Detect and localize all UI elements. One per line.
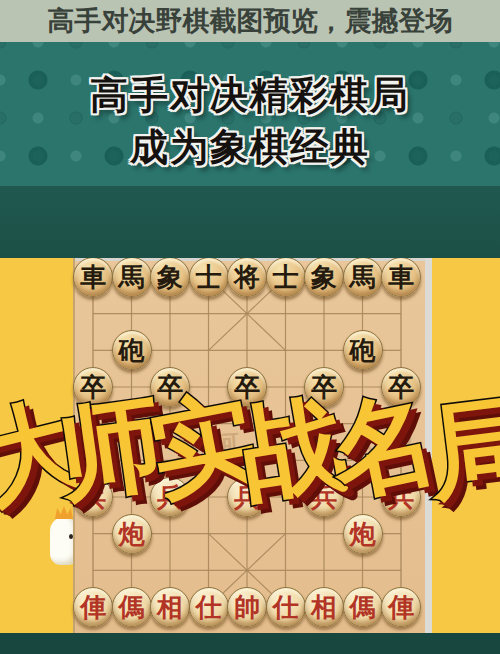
piece-black-chariot[interactable]: 車: [73, 257, 113, 297]
piece-black-horse[interactable]: 馬: [343, 257, 383, 297]
river-label-left: 楚河: [174, 425, 254, 463]
page-title: 高手对决野棋截图预览，震撼登场: [48, 3, 453, 39]
piece-red-elephant[interactable]: 相: [304, 587, 344, 627]
title-bar: 高手对决野棋截图预览，震撼登场: [0, 0, 500, 42]
piece-red-advisor[interactable]: 仕: [189, 587, 229, 627]
piece-red-horse[interactable]: 傌: [343, 587, 383, 627]
piece-black-soldier[interactable]: 卒: [227, 367, 267, 407]
piece-red-cannon[interactable]: 炮: [343, 514, 383, 554]
piece-black-chariot[interactable]: 車: [381, 257, 421, 297]
piece-black-horse[interactable]: 馬: [112, 257, 152, 297]
piece-red-elephant[interactable]: 相: [150, 587, 190, 627]
piece-red-soldier[interactable]: 兵: [150, 477, 190, 517]
piece-black-soldier[interactable]: 卒: [381, 367, 421, 407]
piece-black-general[interactable]: 将: [227, 257, 267, 297]
piece-red-horse[interactable]: 傌: [112, 587, 152, 627]
piece-red-soldier[interactable]: 兵: [381, 477, 421, 517]
piece-black-cannon[interactable]: 砲: [112, 330, 152, 370]
banner-line-1: 高手对决精彩棋局: [90, 71, 410, 119]
bottom-green-strip: [0, 633, 500, 654]
piece-black-advisor[interactable]: 士: [189, 257, 229, 297]
piece-red-soldier[interactable]: 兵: [304, 477, 344, 517]
piece-black-elephant[interactable]: 象: [304, 257, 344, 297]
piece-red-cannon[interactable]: 炮: [112, 514, 152, 554]
piece-red-chariot[interactable]: 俥: [381, 587, 421, 627]
chick-crown-icon: [55, 506, 73, 519]
piece-black-soldier[interactable]: 卒: [73, 367, 113, 407]
dark-green-band: [0, 186, 500, 258]
piece-black-soldier[interactable]: 卒: [150, 367, 190, 407]
xiangqi-board[interactable]: 楚河 汉界 車馬象士将士象馬車砲砲卒卒卒卒卒兵兵兵兵兵炮炮俥傌相仕帥仕相傌俥: [73, 258, 432, 633]
piece-red-general[interactable]: 帥: [227, 587, 267, 627]
piece-black-advisor[interactable]: 士: [266, 257, 306, 297]
banner: 高手对决精彩棋局 成为象棋经典: [0, 42, 500, 186]
banner-line-2: 成为象棋经典: [130, 123, 370, 171]
piece-red-advisor[interactable]: 仕: [266, 587, 306, 627]
piece-black-soldier[interactable]: 卒: [304, 367, 344, 407]
piece-red-soldier[interactable]: 兵: [73, 477, 113, 517]
screenshot-page: 高手对决野棋截图预览，震撼登场 高手对决精彩棋局 成为象棋经典 楚河 汉界 車馬…: [0, 0, 500, 654]
piece-red-soldier[interactable]: 兵: [227, 477, 267, 517]
piece-black-cannon[interactable]: 砲: [343, 330, 383, 370]
piece-black-elephant[interactable]: 象: [150, 257, 190, 297]
piece-red-chariot[interactable]: 俥: [73, 587, 113, 627]
